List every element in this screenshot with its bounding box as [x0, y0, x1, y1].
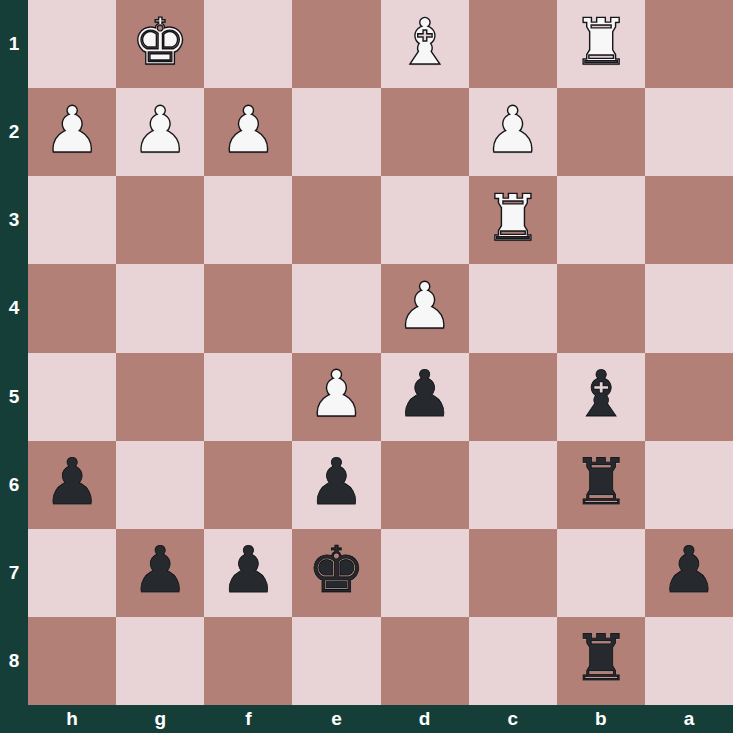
- chess-board-app: 12345678 ♚♝♜♟♟♟♟♜♟♟♟♝♟♟♜♟♟♚♟♜ hgfedcba: [0, 0, 733, 733]
- piece-black-rook[interactable]: ♜: [572, 626, 629, 695]
- piece-black-pawn[interactable]: ♟: [43, 450, 100, 519]
- square-f2[interactable]: ♟: [204, 88, 292, 176]
- file-label-c: c: [469, 705, 557, 733]
- square-e3[interactable]: [292, 176, 380, 264]
- piece-white-pawn[interactable]: ♟: [308, 362, 365, 431]
- square-c4[interactable]: [469, 264, 557, 352]
- rank-label-3: 3: [0, 176, 28, 264]
- square-b5[interactable]: ♝: [557, 353, 645, 441]
- square-d7[interactable]: [381, 529, 469, 617]
- square-a4[interactable]: [645, 264, 733, 352]
- square-d5[interactable]: ♟: [381, 353, 469, 441]
- square-g4[interactable]: [116, 264, 204, 352]
- file-label-e: e: [292, 705, 380, 733]
- square-h2[interactable]: ♟: [28, 88, 116, 176]
- square-g2[interactable]: ♟: [116, 88, 204, 176]
- square-f3[interactable]: [204, 176, 292, 264]
- square-e6[interactable]: ♟: [292, 441, 380, 529]
- square-a2[interactable]: [645, 88, 733, 176]
- square-d1[interactable]: ♝: [381, 0, 469, 88]
- piece-black-pawn[interactable]: ♟: [132, 538, 189, 607]
- square-g8[interactable]: [116, 617, 204, 705]
- rank-label-2: 2: [0, 88, 28, 176]
- square-g3[interactable]: [116, 176, 204, 264]
- square-a8[interactable]: [645, 617, 733, 705]
- file-label-a: a: [645, 705, 733, 733]
- piece-white-king[interactable]: ♚: [132, 10, 189, 79]
- square-h7[interactable]: [28, 529, 116, 617]
- piece-black-bishop[interactable]: ♝: [572, 362, 629, 431]
- rank-label-1: 1: [0, 0, 28, 88]
- rank-label-7: 7: [0, 529, 28, 617]
- piece-white-bishop[interactable]: ♝: [396, 10, 453, 79]
- piece-white-rook[interactable]: ♜: [572, 10, 629, 79]
- square-b7[interactable]: [557, 529, 645, 617]
- piece-white-pawn[interactable]: ♟: [220, 98, 277, 167]
- square-h6[interactable]: ♟: [28, 441, 116, 529]
- piece-black-rook[interactable]: ♜: [572, 450, 629, 519]
- square-g6[interactable]: [116, 441, 204, 529]
- rank-label-5: 5: [0, 353, 28, 441]
- square-c5[interactable]: [469, 353, 557, 441]
- file-label-g: g: [116, 705, 204, 733]
- square-g7[interactable]: ♟: [116, 529, 204, 617]
- square-a1[interactable]: [645, 0, 733, 88]
- rank-label-4: 4: [0, 264, 28, 352]
- square-f4[interactable]: [204, 264, 292, 352]
- square-b4[interactable]: [557, 264, 645, 352]
- file-labels: hgfedcba: [28, 705, 733, 733]
- square-d6[interactable]: [381, 441, 469, 529]
- square-d3[interactable]: [381, 176, 469, 264]
- square-a5[interactable]: [645, 353, 733, 441]
- square-e5[interactable]: ♟: [292, 353, 380, 441]
- square-d2[interactable]: [381, 88, 469, 176]
- piece-white-rook[interactable]: ♜: [484, 186, 541, 255]
- square-d8[interactable]: [381, 617, 469, 705]
- square-f1[interactable]: [204, 0, 292, 88]
- square-e2[interactable]: [292, 88, 380, 176]
- square-h1[interactable]: [28, 0, 116, 88]
- file-label-d: d: [381, 705, 469, 733]
- square-c3[interactable]: ♜: [469, 176, 557, 264]
- square-f6[interactable]: [204, 441, 292, 529]
- square-g1[interactable]: ♚: [116, 0, 204, 88]
- square-h5[interactable]: [28, 353, 116, 441]
- rank-label-8: 8: [0, 617, 28, 705]
- square-a3[interactable]: [645, 176, 733, 264]
- square-a7[interactable]: ♟: [645, 529, 733, 617]
- square-h8[interactable]: [28, 617, 116, 705]
- piece-black-pawn[interactable]: ♟: [396, 362, 453, 431]
- piece-white-pawn[interactable]: ♟: [43, 98, 100, 167]
- square-c1[interactable]: [469, 0, 557, 88]
- square-b1[interactable]: ♜: [557, 0, 645, 88]
- square-c8[interactable]: [469, 617, 557, 705]
- rank-labels: 12345678: [0, 0, 28, 705]
- square-h4[interactable]: [28, 264, 116, 352]
- file-label-f: f: [204, 705, 292, 733]
- square-f7[interactable]: ♟: [204, 529, 292, 617]
- piece-white-pawn[interactable]: ♟: [396, 274, 453, 343]
- rank-label-6: 6: [0, 441, 28, 529]
- square-c7[interactable]: [469, 529, 557, 617]
- square-e8[interactable]: [292, 617, 380, 705]
- piece-black-pawn[interactable]: ♟: [220, 538, 277, 607]
- square-e4[interactable]: [292, 264, 380, 352]
- square-b3[interactable]: [557, 176, 645, 264]
- piece-black-pawn[interactable]: ♟: [660, 538, 717, 607]
- chess-board: ♚♝♜♟♟♟♟♜♟♟♟♝♟♟♜♟♟♚♟♜: [28, 0, 733, 705]
- square-e7[interactable]: ♚: [292, 529, 380, 617]
- square-a6[interactable]: [645, 441, 733, 529]
- square-b6[interactable]: ♜: [557, 441, 645, 529]
- file-label-b: b: [557, 705, 645, 733]
- piece-black-pawn[interactable]: ♟: [308, 450, 365, 519]
- square-h3[interactable]: [28, 176, 116, 264]
- square-c6[interactable]: [469, 441, 557, 529]
- square-d4[interactable]: ♟: [381, 264, 469, 352]
- piece-white-pawn[interactable]: ♟: [132, 98, 189, 167]
- square-b2[interactable]: [557, 88, 645, 176]
- piece-white-pawn[interactable]: ♟: [484, 98, 541, 167]
- square-f8[interactable]: [204, 617, 292, 705]
- file-label-h: h: [28, 705, 116, 733]
- square-e1[interactable]: [292, 0, 380, 88]
- square-b8[interactable]: ♜: [557, 617, 645, 705]
- square-f5[interactable]: [204, 353, 292, 441]
- piece-black-king[interactable]: ♚: [308, 538, 365, 607]
- square-g5[interactable]: [116, 353, 204, 441]
- square-c2[interactable]: ♟: [469, 88, 557, 176]
